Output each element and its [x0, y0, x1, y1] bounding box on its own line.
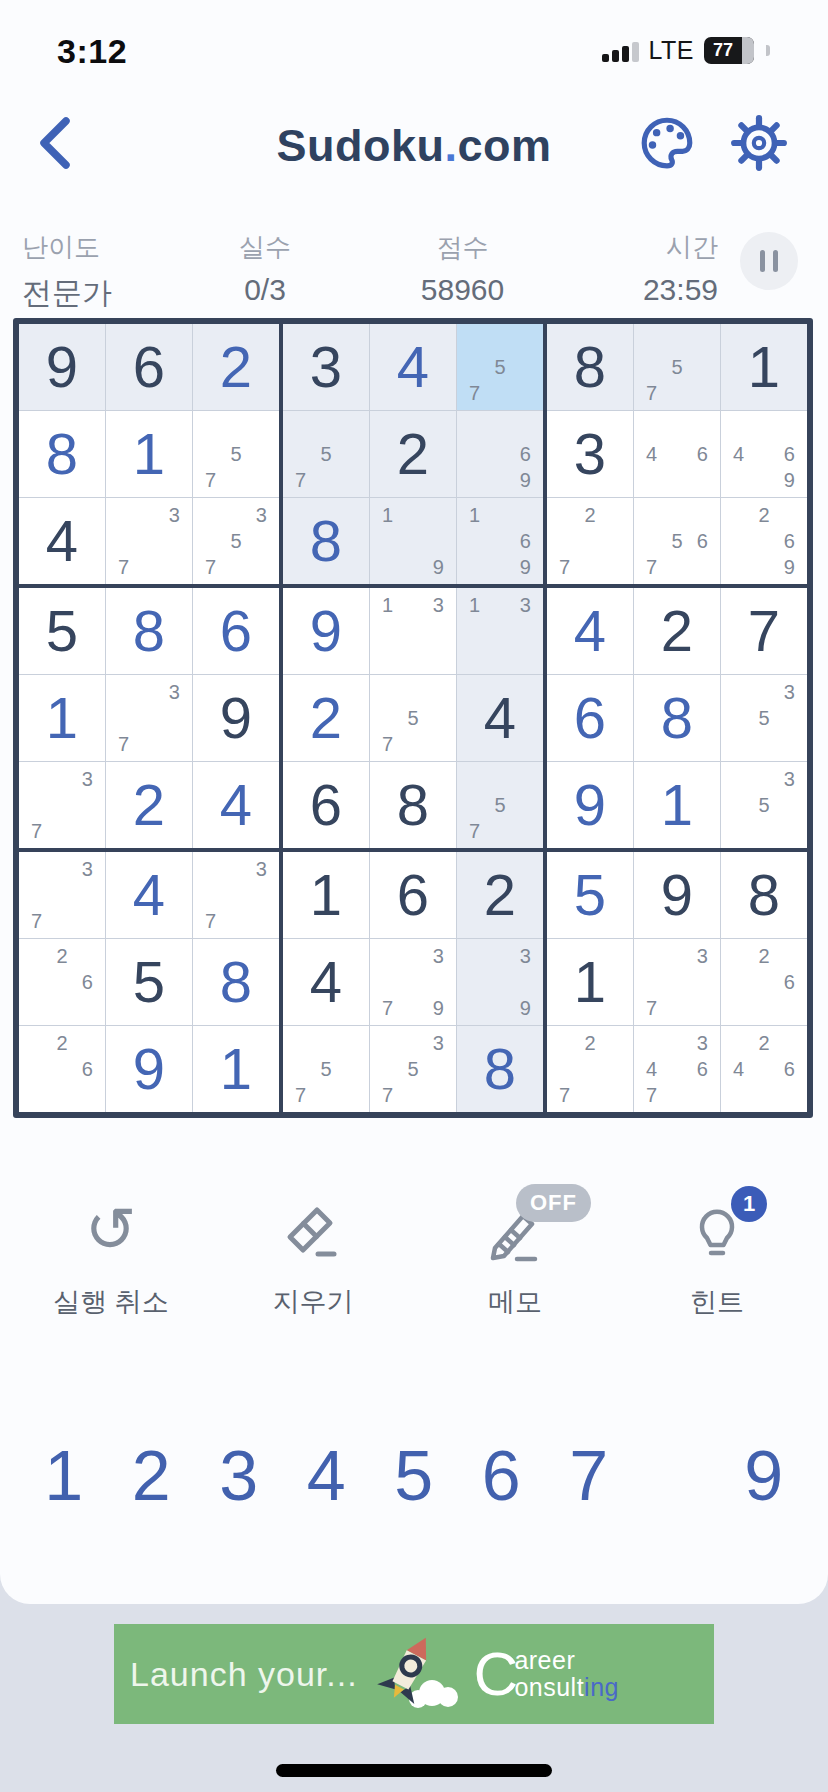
cell-r8c3[interactable]: 8: [193, 939, 279, 1025]
cell-r1c4[interactable]: 3: [283, 324, 369, 410]
note-digit: 7: [462, 380, 487, 406]
notes-grid: 26: [19, 1026, 105, 1112]
cell-r1c6[interactable]: 57: [457, 324, 543, 410]
cell-r1c1[interactable]: 9: [19, 324, 105, 410]
note-digit: 7: [375, 995, 400, 1021]
notes-grid: 39: [457, 939, 543, 1025]
notes-grid: 69: [457, 411, 543, 497]
mistakes-label: 실수: [185, 230, 345, 265]
note-digit: 7: [462, 818, 487, 844]
cell-r5c2[interactable]: 37: [106, 675, 192, 761]
cell-r7c9[interactable]: 8: [721, 852, 807, 938]
cell-r5c7[interactable]: 6: [547, 675, 633, 761]
board-block-3-1: 3743726582691: [17, 850, 281, 1114]
note-digit: 3: [162, 679, 187, 705]
theme-palette-button[interactable]: [638, 114, 696, 172]
time-label: 시간: [560, 230, 718, 265]
cell-r4c2[interactable]: 8: [106, 588, 192, 674]
board-block-1-1: 9628157437357: [17, 322, 281, 586]
cell-r4c7[interactable]: 4: [547, 588, 633, 674]
note-digit: 4: [726, 441, 751, 467]
cell-r6c3[interactable]: 4: [193, 762, 279, 848]
erase-label: 지우기: [273, 1284, 354, 1320]
cell-r2c8[interactable]: 46: [634, 411, 720, 497]
user-digit: 9: [574, 776, 606, 834]
note-digit: 2: [751, 943, 776, 969]
cell-r3c5[interactable]: 19: [370, 498, 456, 584]
note-digit: 1: [375, 502, 400, 528]
cell-r2c2[interactable]: 1: [106, 411, 192, 497]
cell-r6c7[interactable]: 9: [547, 762, 633, 848]
note-digit: 9: [513, 467, 538, 493]
battery-tip-icon: [766, 45, 770, 56]
note-digit: 5: [487, 354, 512, 380]
cell-r2c6[interactable]: 69: [457, 411, 543, 497]
given-digit: 3: [574, 425, 606, 483]
given-digit: 2: [397, 425, 429, 483]
cell-r9c5[interactable]: 357: [370, 1026, 456, 1112]
undo-label: 실행 취소: [53, 1284, 169, 1320]
cell-r9c3[interactable]: 1: [193, 1026, 279, 1112]
note-digit: 7: [24, 908, 49, 934]
note-digit: 7: [198, 908, 223, 934]
cell-r8c9[interactable]: 26: [721, 939, 807, 1025]
time-value: 23:59: [560, 273, 718, 307]
user-digit: 8: [484, 1040, 516, 1098]
ad-brand-text: areer onsulting: [514, 1647, 619, 1700]
numpad-4[interactable]: 4: [283, 1428, 371, 1528]
note-digit: 3: [513, 592, 538, 618]
cell-r6c8[interactable]: 1: [634, 762, 720, 848]
given-digit: 1: [574, 953, 606, 1011]
note-digit: 6: [513, 528, 538, 554]
board-block-2-3: 42768359135: [545, 586, 809, 850]
cell-r5c6[interactable]: 4: [457, 675, 543, 761]
notes-grid: 379: [370, 939, 456, 1025]
palette-icon: [638, 114, 696, 172]
cell-r8c5[interactable]: 379: [370, 939, 456, 1025]
note-digit: 7: [288, 1082, 313, 1108]
cell-r3c4[interactable]: 8: [283, 498, 369, 584]
given-digit: 3: [310, 338, 342, 396]
notes-grid: 57: [283, 1026, 369, 1112]
cell-r6c9[interactable]: 35: [721, 762, 807, 848]
note-digit: 5: [487, 792, 512, 818]
notes-grid: 46: [634, 411, 720, 497]
note-digit: 1: [462, 592, 487, 618]
notes-grid: 37: [19, 852, 105, 938]
cell-r9c1[interactable]: 26: [19, 1026, 105, 1112]
note-digit: 6: [75, 969, 100, 995]
board-block-1-3: 857134646927567269: [545, 322, 809, 586]
board-block-2-1: 58613793724: [17, 586, 281, 850]
nav-bar: Sudoku.com: [0, 108, 828, 178]
notes-grid: 357: [370, 1026, 456, 1112]
cell-r9c6[interactable]: 8: [457, 1026, 543, 1112]
notes-grid: 269: [721, 498, 807, 584]
hint-label: 힌트: [690, 1284, 744, 1320]
notes-grid: 37: [19, 762, 105, 848]
score-label: 점수: [375, 230, 550, 265]
cell-r7c5[interactable]: 6: [370, 852, 456, 938]
notes-grid: 13: [370, 588, 456, 674]
cell-r9c7[interactable]: 27: [547, 1026, 633, 1112]
user-digit: 4: [133, 866, 165, 924]
status-time: 3:12: [57, 32, 127, 71]
notes-grid: 26: [721, 939, 807, 1025]
note-digit: 4: [726, 1056, 751, 1082]
memo-button[interactable]: OFF 메모: [425, 1196, 605, 1320]
mistakes-value: 0/3: [185, 273, 345, 307]
numpad-3[interactable]: 3: [195, 1428, 283, 1528]
notes-grid: 37: [106, 498, 192, 584]
cell-r7c3[interactable]: 37: [193, 852, 279, 938]
cell-r7c2[interactable]: 4: [106, 852, 192, 938]
cell-r3c3[interactable]: 357: [193, 498, 279, 584]
ad-brand-initial: C: [474, 1646, 519, 1702]
note-digit: 9: [777, 554, 802, 580]
pause-button[interactable]: [740, 232, 798, 290]
user-digit: 4: [220, 776, 252, 834]
pause-icon: [760, 250, 765, 272]
page-title: Sudoku.com: [0, 120, 828, 172]
network-label: LTE: [649, 36, 695, 65]
note-digit: 5: [313, 1056, 338, 1082]
rocket-icon: [360, 1631, 472, 1717]
note-digit: 6: [690, 441, 715, 467]
cell-r1c5[interactable]: 4: [370, 324, 456, 410]
notes-grid: 246: [721, 1026, 807, 1112]
stat-time: 시간 23:59: [560, 230, 718, 307]
given-digit: 5: [46, 602, 78, 660]
given-digit: 4: [46, 512, 78, 570]
number-pad: 12345679: [0, 1428, 828, 1528]
note-digit: 5: [664, 354, 689, 380]
numpad-1[interactable]: 1: [20, 1428, 108, 1528]
cell-r4c3[interactable]: 6: [193, 588, 279, 674]
note-digit: 7: [24, 818, 49, 844]
undo-button[interactable]: ↺ 실행 취소: [21, 1196, 201, 1320]
ad-headline: Launch your...: [130, 1655, 358, 1694]
user-digit: 6: [574, 689, 606, 747]
note-digit: 7: [639, 995, 664, 1021]
note-digit: 2: [49, 943, 74, 969]
notes-grid: 3467: [634, 1026, 720, 1112]
difficulty-label: 난이도: [22, 230, 112, 265]
given-digit: 7: [748, 602, 780, 660]
cell-r7c8[interactable]: 9: [634, 852, 720, 938]
given-digit: 8: [574, 338, 606, 396]
note-digit: 7: [639, 380, 664, 406]
note-digit: 5: [400, 705, 425, 731]
cell-r6c4[interactable]: 6: [283, 762, 369, 848]
note-digit: 1: [462, 502, 487, 528]
cell-r1c7[interactable]: 8: [547, 324, 633, 410]
cell-r3c9[interactable]: 269: [721, 498, 807, 584]
user-digit: 5: [574, 866, 606, 924]
note-digit: 5: [313, 441, 338, 467]
given-digit: 5: [133, 953, 165, 1011]
notes-grid: 27: [547, 1026, 633, 1112]
notes-grid: 169: [457, 498, 543, 584]
note-digit: 5: [223, 528, 248, 554]
notes-grid: 567: [634, 498, 720, 584]
home-indicator[interactable]: [276, 1764, 552, 1777]
cell-r3c6[interactable]: 169: [457, 498, 543, 584]
cell-r2c4[interactable]: 57: [283, 411, 369, 497]
note-digit: 9: [426, 554, 451, 580]
stat-mistakes: 실수 0/3: [185, 230, 345, 307]
board-block-3-2: 162437939573578: [281, 850, 545, 1114]
note-digit: 7: [288, 467, 313, 493]
user-digit: 8: [133, 602, 165, 660]
given-digit: 9: [661, 866, 693, 924]
note-digit: 7: [375, 1082, 400, 1108]
note-digit: 6: [690, 528, 715, 554]
numpad-6[interactable]: 6: [458, 1428, 546, 1528]
cell-r3c7[interactable]: 27: [547, 498, 633, 584]
note-digit: 4: [639, 1056, 664, 1082]
user-digit: 1: [220, 1040, 252, 1098]
notes-grid: 13: [457, 588, 543, 674]
user-digit: 8: [310, 512, 342, 570]
notes-grid: 35: [721, 762, 807, 848]
note-digit: 5: [751, 705, 776, 731]
given-digit: 4: [310, 953, 342, 1011]
cell-r1c8[interactable]: 57: [634, 324, 720, 410]
note-digit: 2: [49, 1030, 74, 1056]
note-digit: 3: [75, 856, 100, 882]
notes-grid: 37: [106, 675, 192, 761]
given-digit: 4: [484, 689, 516, 747]
cell-r5c8[interactable]: 8: [634, 675, 720, 761]
note-digit: 5: [400, 1056, 425, 1082]
cell-r5c4[interactable]: 2: [283, 675, 369, 761]
given-digit: 6: [397, 866, 429, 924]
score-value: 58960: [375, 273, 550, 307]
notes-grid: 37: [193, 852, 279, 938]
cell-r3c2[interactable]: 37: [106, 498, 192, 584]
given-digit: 8: [397, 776, 429, 834]
board-block-1-2: 345757269819169: [281, 322, 545, 586]
note-digit: 5: [223, 441, 248, 467]
cell-r3c1[interactable]: 4: [19, 498, 105, 584]
ad-banner[interactable]: Launch your... C areer onsulting: [114, 1624, 714, 1724]
note-digit: 7: [639, 1082, 664, 1108]
cell-r4c5[interactable]: 13: [370, 588, 456, 674]
note-digit: 7: [552, 554, 577, 580]
signal-icon: [602, 40, 639, 62]
erase-button[interactable]: 지우기: [223, 1196, 403, 1320]
hint-button[interactable]: 1 힌트: [627, 1196, 807, 1320]
user-digit: 8: [46, 425, 78, 483]
cell-r9c4[interactable]: 57: [283, 1026, 369, 1112]
note-digit: 6: [777, 441, 802, 467]
numpad-2[interactable]: 2: [108, 1428, 196, 1528]
cell-r8c7[interactable]: 1: [547, 939, 633, 1025]
cell-r4c8[interactable]: 2: [634, 588, 720, 674]
note-digit: 3: [249, 856, 274, 882]
cell-r2c1[interactable]: 8: [19, 411, 105, 497]
cell-r6c1[interactable]: 37: [19, 762, 105, 848]
user-digit: 9: [310, 602, 342, 660]
user-digit: 1: [661, 776, 693, 834]
difficulty-value: 전문가: [22, 273, 112, 314]
cell-r8c2[interactable]: 5: [106, 939, 192, 1025]
user-digit: 8: [220, 953, 252, 1011]
cell-r2c3[interactable]: 57: [193, 411, 279, 497]
cell-r6c5[interactable]: 8: [370, 762, 456, 848]
note-digit: 1: [375, 592, 400, 618]
user-digit: 2: [133, 776, 165, 834]
toolbar: ↺ 실행 취소 지우기: [0, 1196, 828, 1346]
cell-r9c2[interactable]: 9: [106, 1026, 192, 1112]
cell-r2c5[interactable]: 2: [370, 411, 456, 497]
cell-r7c7[interactable]: 5: [547, 852, 633, 938]
eraser-icon: [281, 1202, 345, 1266]
notes-grid: 37: [634, 939, 720, 1025]
cell-r8c1[interactable]: 26: [19, 939, 105, 1025]
cell-r5c1[interactable]: 1: [19, 675, 105, 761]
settings-button[interactable]: [730, 114, 788, 172]
board-block-3-3: 59813726273467246: [545, 850, 809, 1114]
cell-r3c8[interactable]: 567: [634, 498, 720, 584]
notes-grid: 26: [19, 939, 105, 1025]
cell-r5c5[interactable]: 57: [370, 675, 456, 761]
note-digit: 7: [375, 731, 400, 757]
notes-grid: 57: [283, 411, 369, 497]
cell-r6c6[interactable]: 57: [457, 762, 543, 848]
user-digit: 8: [661, 689, 693, 747]
note-digit: 3: [690, 1030, 715, 1056]
given-digit: 9: [46, 338, 78, 396]
note-digit: 7: [198, 467, 223, 493]
given-digit: 2: [484, 866, 516, 924]
note-digit: 9: [426, 995, 451, 1021]
note-digit: 6: [513, 441, 538, 467]
note-digit: 2: [577, 502, 602, 528]
cell-r1c9[interactable]: 1: [721, 324, 807, 410]
note-digit: 6: [75, 1056, 100, 1082]
note-digit: 7: [198, 554, 223, 580]
notes-grid: 27: [547, 498, 633, 584]
notes-grid: 57: [457, 762, 543, 848]
pause-icon: [773, 250, 778, 272]
cell-r8c6[interactable]: 39: [457, 939, 543, 1025]
cell-r1c3[interactable]: 2: [193, 324, 279, 410]
cell-r4c1[interactable]: 5: [19, 588, 105, 674]
battery-icon: 77: [704, 37, 754, 64]
cell-r6c2[interactable]: 2: [106, 762, 192, 848]
numpad-5[interactable]: 5: [370, 1428, 458, 1528]
note-digit: 4: [639, 441, 664, 467]
cell-r4c6[interactable]: 13: [457, 588, 543, 674]
cell-r7c6[interactable]: 2: [457, 852, 543, 938]
note-digit: 3: [690, 943, 715, 969]
app-background: 3:12 LTE 77 Sudoku.com: [0, 0, 828, 1604]
given-digit: 1: [310, 866, 342, 924]
cell-r2c7[interactable]: 3: [547, 411, 633, 497]
note-digit: 2: [751, 1030, 776, 1056]
notes-grid: 57: [193, 411, 279, 497]
user-digit: 2: [220, 338, 252, 396]
note-digit: 5: [751, 792, 776, 818]
note-digit: 3: [426, 1030, 451, 1056]
stat-score: 점수 58960: [375, 230, 550, 307]
note-digit: 3: [426, 592, 451, 618]
memo-label: 메모: [488, 1284, 542, 1320]
note-digit: 3: [249, 502, 274, 528]
notes-grid: 57: [457, 324, 543, 410]
board-block-2-2: 9131325746857: [281, 586, 545, 850]
note-digit: 2: [751, 502, 776, 528]
cell-r1c2[interactable]: 6: [106, 324, 192, 410]
cell-r8c4[interactable]: 4: [283, 939, 369, 1025]
notes-grid: 469: [721, 411, 807, 497]
note-digit: 7: [639, 554, 664, 580]
given-digit: 2: [661, 602, 693, 660]
cell-r7c4[interactable]: 1: [283, 852, 369, 938]
stats-row: 난이도 전문가 실수 0/3 점수 58960 시간 23:59: [0, 230, 828, 310]
note-digit: 7: [552, 1082, 577, 1108]
note-digit: 3: [777, 766, 802, 792]
numpad-empty-slot: [633, 1428, 721, 1528]
note-digit: 3: [75, 766, 100, 792]
user-digit: 4: [397, 338, 429, 396]
cell-r5c9[interactable]: 35: [721, 675, 807, 761]
note-digit: 9: [513, 554, 538, 580]
gear-icon: [730, 114, 788, 172]
notes-grid: 35: [721, 675, 807, 761]
note-digit: 6: [777, 528, 802, 554]
cell-r4c9[interactable]: 7: [721, 588, 807, 674]
note-digit: 5: [664, 528, 689, 554]
notes-grid: 19: [370, 498, 456, 584]
status-right-cluster: LTE 77: [602, 36, 771, 65]
memo-off-badge: OFF: [516, 1184, 591, 1222]
note-digit: 6: [777, 969, 802, 995]
user-digit: 1: [133, 425, 165, 483]
note-digit: 3: [513, 943, 538, 969]
notes-grid: 357: [193, 498, 279, 584]
battery-percent: 77: [704, 37, 742, 64]
note-digit: 9: [513, 995, 538, 1021]
cell-r9c8[interactable]: 3467: [634, 1026, 720, 1112]
given-digit: 6: [133, 338, 165, 396]
stat-difficulty: 난이도 전문가: [22, 230, 112, 314]
cell-r2c9[interactable]: 469: [721, 411, 807, 497]
user-digit: 9: [133, 1040, 165, 1098]
user-digit: 4: [574, 602, 606, 660]
cell-r9c9[interactable]: 246: [721, 1026, 807, 1112]
cell-r7c1[interactable]: 37: [19, 852, 105, 938]
numpad-9[interactable]: 9: [720, 1428, 808, 1528]
notes-grid: 57: [634, 324, 720, 410]
given-digit: 9: [220, 689, 252, 747]
note-digit: 6: [690, 1056, 715, 1082]
note-digit: 3: [426, 943, 451, 969]
given-digit: 1: [748, 338, 780, 396]
phone-screen: 3:12 LTE 77 Sudoku.com: [0, 0, 828, 1792]
numpad-7[interactable]: 7: [545, 1428, 633, 1528]
user-digit: 2: [310, 689, 342, 747]
cell-r8c8[interactable]: 37: [634, 939, 720, 1025]
undo-icon: ↺: [85, 1199, 137, 1261]
cell-r4c4[interactable]: 9: [283, 588, 369, 674]
user-digit: 6: [220, 602, 252, 660]
cell-r5c3[interactable]: 9: [193, 675, 279, 761]
note-digit: 2: [577, 1030, 602, 1056]
